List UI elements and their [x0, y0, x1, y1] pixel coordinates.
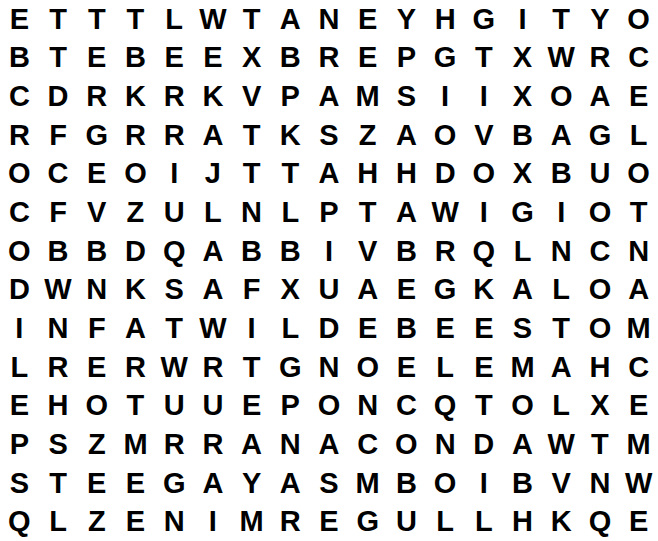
grid-cell[interactable]: E — [77, 348, 116, 387]
grid-cell[interactable]: U — [155, 193, 194, 232]
grid-cell[interactable]: E — [387, 270, 426, 309]
grid-cell[interactable]: I — [194, 502, 233, 541]
grid-cell[interactable]: X — [232, 39, 271, 78]
grid-cell[interactable]: O — [387, 425, 426, 464]
grid-cell[interactable]: D — [464, 425, 503, 464]
grid-cell[interactable]: R — [194, 425, 233, 464]
grid-cell[interactable]: N — [39, 309, 78, 348]
grid-cell[interactable]: M — [116, 425, 155, 464]
grid-cell[interactable]: B — [77, 232, 116, 271]
grid-cell[interactable]: R — [426, 232, 465, 271]
grid-cell[interactable]: O — [503, 386, 542, 425]
grid-cell[interactable]: Z — [116, 193, 155, 232]
grid-cell[interactable]: B — [503, 116, 542, 155]
grid-cell[interactable]: V — [77, 193, 116, 232]
grid-cell[interactable]: W — [542, 425, 581, 464]
grid-cell[interactable]: N — [542, 232, 581, 271]
grid-cell[interactable]: V — [464, 116, 503, 155]
grid-cell[interactable]: B — [116, 39, 155, 78]
grid-cell[interactable]: F — [77, 309, 116, 348]
grid-cell[interactable]: B — [542, 155, 581, 194]
grid-cell[interactable]: A — [387, 193, 426, 232]
grid-cell[interactable]: Q — [426, 386, 465, 425]
grid-cell[interactable]: I — [464, 77, 503, 116]
grid-cell[interactable]: K — [194, 77, 233, 116]
grid-cell[interactable]: O — [426, 464, 465, 503]
grid-cell[interactable]: O — [77, 386, 116, 425]
grid-cell[interactable]: T — [542, 309, 581, 348]
grid-cell[interactable]: E — [348, 0, 387, 39]
grid-cell[interactable]: C — [0, 193, 39, 232]
grid-cell[interactable]: I — [464, 464, 503, 503]
grid-cell[interactable]: U — [387, 502, 426, 541]
grid-cell[interactable]: L — [155, 0, 194, 39]
grid-cell[interactable]: T — [581, 425, 620, 464]
grid-cell[interactable]: H — [39, 386, 78, 425]
grid-cell[interactable]: L — [426, 348, 465, 387]
grid-cell[interactable]: L — [503, 232, 542, 271]
grid-cell[interactable]: T — [39, 464, 78, 503]
grid-cell[interactable]: O — [116, 155, 155, 194]
grid-cell[interactable]: S — [0, 464, 39, 503]
grid-cell[interactable]: S — [39, 425, 78, 464]
grid-cell[interactable]: L — [39, 502, 78, 541]
grid-cell[interactable]: E — [348, 39, 387, 78]
grid-cell[interactable]: S — [310, 116, 349, 155]
grid-cell[interactable]: O — [0, 232, 39, 271]
grid-cell[interactable]: O — [310, 386, 349, 425]
grid-cell[interactable]: T — [271, 155, 310, 194]
grid-cell[interactable]: C — [581, 232, 620, 271]
grid-cell[interactable]: O — [0, 155, 39, 194]
grid-cell[interactable]: T — [348, 193, 387, 232]
grid-cell[interactable]: S — [387, 77, 426, 116]
grid-cell[interactable]: M — [348, 464, 387, 503]
grid-cell[interactable]: A — [271, 0, 310, 39]
grid-cell[interactable]: W — [39, 270, 78, 309]
grid-cell[interactable]: Q — [0, 502, 39, 541]
grid-cell[interactable]: O — [581, 193, 620, 232]
grid-cell[interactable]: H — [581, 348, 620, 387]
grid-cell[interactable]: E — [464, 348, 503, 387]
grid-cell[interactable]: I — [310, 232, 349, 271]
grid-cell[interactable]: R — [155, 116, 194, 155]
grid-cell[interactable]: X — [503, 39, 542, 78]
grid-cell[interactable]: W — [542, 39, 581, 78]
grid-cell[interactable]: E — [464, 309, 503, 348]
grid-cell[interactable]: A — [348, 270, 387, 309]
grid-cell[interactable]: X — [271, 270, 310, 309]
grid-cell[interactable]: X — [581, 386, 620, 425]
grid-cell[interactable]: R — [155, 425, 194, 464]
grid-cell[interactable]: E — [619, 77, 658, 116]
grid-cell[interactable]: R — [155, 77, 194, 116]
grid-cell[interactable]: A — [581, 77, 620, 116]
grid-cell[interactable]: U — [581, 155, 620, 194]
grid-cell[interactable]: P — [387, 39, 426, 78]
grid-cell[interactable]: L — [542, 270, 581, 309]
grid-cell[interactable]: S — [310, 464, 349, 503]
grid-cell[interactable]: I — [232, 309, 271, 348]
grid-cell[interactable]: N — [310, 348, 349, 387]
grid-cell[interactable]: K — [542, 502, 581, 541]
grid-cell[interactable]: L — [0, 348, 39, 387]
grid-cell[interactable]: A — [116, 309, 155, 348]
grid-cell[interactable]: O — [581, 309, 620, 348]
grid-cell[interactable]: L — [464, 502, 503, 541]
grid-cell[interactable]: F — [39, 116, 78, 155]
grid-cell[interactable]: O — [619, 0, 658, 39]
grid-cell[interactable]: U — [310, 270, 349, 309]
grid-cell[interactable]: D — [39, 77, 78, 116]
grid-cell[interactable]: G — [271, 348, 310, 387]
grid-cell[interactable]: E — [387, 348, 426, 387]
grid-cell[interactable]: T — [232, 0, 271, 39]
grid-cell[interactable]: G — [77, 116, 116, 155]
grid-cell[interactable]: V — [348, 232, 387, 271]
grid-cell[interactable]: H — [503, 502, 542, 541]
grid-cell[interactable]: O — [619, 155, 658, 194]
grid-cell[interactable]: G — [155, 464, 194, 503]
grid-cell[interactable]: B — [387, 309, 426, 348]
word-search-board: ETTTLWTANEYHGITYOBTEBEEXBREPGTXWRCCDRKRK… — [0, 0, 658, 541]
grid-cell[interactable]: E — [232, 386, 271, 425]
grid-cell[interactable]: X — [503, 77, 542, 116]
grid-cell[interactable]: M — [619, 425, 658, 464]
grid-cell[interactable]: O — [348, 348, 387, 387]
grid-cell[interactable]: R — [194, 348, 233, 387]
grid-cell[interactable]: N — [77, 270, 116, 309]
grid-cell[interactable]: R — [116, 348, 155, 387]
grid-cell[interactable]: U — [155, 386, 194, 425]
grid-cell[interactable]: N — [581, 464, 620, 503]
grid-cell[interactable]: T — [77, 0, 116, 39]
grid-cell[interactable]: Z — [77, 425, 116, 464]
grid-cell[interactable]: Y — [581, 0, 620, 39]
grid-cell[interactable]: M — [232, 502, 271, 541]
grid-cell[interactable]: B — [0, 39, 39, 78]
grid-cell[interactable]: I — [464, 193, 503, 232]
grid-cell[interactable]: W — [155, 348, 194, 387]
grid-cell[interactable]: L — [271, 193, 310, 232]
grid-cell[interactable]: N — [426, 425, 465, 464]
grid-cell[interactable]: T — [116, 386, 155, 425]
grid-cell[interactable]: R — [310, 39, 349, 78]
grid-cell[interactable]: W — [426, 193, 465, 232]
grid-cell[interactable]: G — [503, 193, 542, 232]
grid-cell[interactable]: K — [116, 270, 155, 309]
grid-cell[interactable]: B — [271, 39, 310, 78]
grid-cell[interactable]: W — [194, 0, 233, 39]
grid-cell[interactable]: R — [39, 348, 78, 387]
grid-cell[interactable]: S — [155, 270, 194, 309]
grid-cell[interactable]: A — [232, 425, 271, 464]
grid-cell[interactable]: T — [39, 0, 78, 39]
grid-cell[interactable]: I — [542, 193, 581, 232]
grid-cell[interactable]: N — [271, 425, 310, 464]
grid-cell[interactable]: B — [503, 464, 542, 503]
grid-cell[interactable]: D — [426, 155, 465, 194]
grid-cell[interactable]: B — [271, 232, 310, 271]
grid-cell[interactable]: T — [232, 155, 271, 194]
grid-cell[interactable]: T — [232, 348, 271, 387]
grid-cell[interactable]: P — [271, 386, 310, 425]
grid-cell[interactable]: T — [542, 0, 581, 39]
grid-cell[interactable]: C — [619, 39, 658, 78]
grid-cell[interactable]: R — [77, 77, 116, 116]
grid-cell[interactable]: E — [619, 386, 658, 425]
grid-cell[interactable]: T — [464, 386, 503, 425]
grid-cell[interactable]: I — [0, 309, 39, 348]
grid-cell[interactable]: D — [116, 232, 155, 271]
grid-cell[interactable]: E — [0, 0, 39, 39]
grid-cell[interactable]: L — [271, 309, 310, 348]
grid-cell[interactable]: R — [581, 39, 620, 78]
grid-cell[interactable]: A — [194, 116, 233, 155]
grid-cell[interactable]: G — [348, 502, 387, 541]
grid-cell[interactable]: N — [310, 0, 349, 39]
grid-cell[interactable]: E — [116, 464, 155, 503]
grid-cell[interactable]: A — [310, 77, 349, 116]
grid-cell[interactable]: E — [77, 155, 116, 194]
grid-cell[interactable]: T — [464, 39, 503, 78]
grid-cell[interactable]: T — [619, 193, 658, 232]
grid-cell[interactable]: U — [194, 386, 233, 425]
grid-cell[interactable]: L — [619, 116, 658, 155]
grid-cell[interactable]: G — [426, 39, 465, 78]
grid-cell[interactable]: K — [271, 116, 310, 155]
grid-cell[interactable]: A — [387, 116, 426, 155]
grid-cell[interactable]: V — [232, 77, 271, 116]
grid-cell[interactable]: H — [348, 155, 387, 194]
grid-cell[interactable]: L — [542, 386, 581, 425]
grid-cell[interactable]: A — [542, 348, 581, 387]
grid-cell[interactable]: A — [310, 155, 349, 194]
grid-cell[interactable]: A — [619, 270, 658, 309]
grid-cell[interactable]: Y — [387, 0, 426, 39]
grid-cell[interactable]: A — [503, 270, 542, 309]
grid-cell[interactable]: D — [0, 270, 39, 309]
grid-cell[interactable]: B — [232, 232, 271, 271]
grid-cell[interactable]: A — [542, 116, 581, 155]
grid-cell[interactable]: T — [232, 116, 271, 155]
grid-cell[interactable]: P — [310, 193, 349, 232]
grid-cell[interactable]: T — [39, 39, 78, 78]
grid-cell[interactable]: C — [387, 386, 426, 425]
grid-cell[interactable]: Z — [348, 116, 387, 155]
grid-cell[interactable]: L — [426, 502, 465, 541]
grid-cell[interactable]: E — [426, 309, 465, 348]
grid-cell[interactable]: O — [542, 77, 581, 116]
grid-cell[interactable]: A — [310, 425, 349, 464]
grid-cell[interactable]: Q — [464, 232, 503, 271]
grid-cell[interactable]: P — [0, 425, 39, 464]
grid-cell[interactable]: Q — [155, 232, 194, 271]
grid-cell[interactable]: W — [194, 309, 233, 348]
grid-cell[interactable]: I — [155, 155, 194, 194]
grid-cell[interactable]: N — [348, 386, 387, 425]
grid-cell[interactable]: F — [232, 270, 271, 309]
grid-cell[interactable]: P — [271, 77, 310, 116]
grid-cell[interactable]: M — [503, 348, 542, 387]
grid-cell[interactable]: E — [619, 502, 658, 541]
grid-cell[interactable]: X — [503, 155, 542, 194]
grid-cell[interactable]: R — [0, 116, 39, 155]
grid-cell[interactable]: A — [194, 270, 233, 309]
grid-cell[interactable]: J — [194, 155, 233, 194]
grid-cell[interactable]: W — [619, 464, 658, 503]
grid-cell[interactable]: S — [503, 309, 542, 348]
grid-cell[interactable]: C — [0, 77, 39, 116]
grid-cell[interactable]: N — [232, 193, 271, 232]
grid-cell[interactable]: A — [503, 425, 542, 464]
grid-cell[interactable]: E — [310, 502, 349, 541]
grid-cell[interactable]: L — [194, 193, 233, 232]
grid-cell[interactable]: A — [194, 464, 233, 503]
grid-cell[interactable]: E — [0, 386, 39, 425]
grid-cell[interactable]: K — [464, 270, 503, 309]
grid-cell[interactable]: C — [348, 425, 387, 464]
grid-cell[interactable]: Y — [232, 464, 271, 503]
grid-cell[interactable]: A — [271, 464, 310, 503]
grid-cell[interactable]: H — [426, 0, 465, 39]
grid-cell[interactable]: Q — [581, 502, 620, 541]
grid-cell[interactable]: E — [77, 39, 116, 78]
grid-cell[interactable]: C — [39, 155, 78, 194]
grid-cell[interactable]: I — [426, 77, 465, 116]
grid-cell[interactable]: K — [116, 77, 155, 116]
grid-cell[interactable]: G — [464, 0, 503, 39]
grid-cell[interactable]: G — [426, 270, 465, 309]
grid-cell[interactable]: D — [310, 309, 349, 348]
grid-cell[interactable]: B — [387, 232, 426, 271]
grid-cell[interactable]: I — [503, 0, 542, 39]
grid-cell[interactable]: T — [116, 0, 155, 39]
grid-cell[interactable]: Z — [77, 502, 116, 541]
grid-cell[interactable]: E — [116, 502, 155, 541]
grid-cell[interactable]: A — [194, 232, 233, 271]
grid-cell[interactable]: O — [581, 270, 620, 309]
grid-cell[interactable]: R — [271, 502, 310, 541]
grid-cell[interactable]: V — [542, 464, 581, 503]
grid-cell[interactable]: F — [39, 193, 78, 232]
grid-cell[interactable]: T — [155, 309, 194, 348]
grid-cell[interactable]: E — [155, 39, 194, 78]
grid-cell[interactable]: G — [581, 116, 620, 155]
grid-cell[interactable]: M — [619, 309, 658, 348]
grid-cell[interactable]: R — [116, 116, 155, 155]
grid-cell[interactable]: C — [619, 348, 658, 387]
grid-cell[interactable]: H — [387, 155, 426, 194]
grid-cell[interactable]: M — [348, 77, 387, 116]
grid-cell[interactable]: O — [464, 155, 503, 194]
grid-cell[interactable]: O — [426, 116, 465, 155]
grid-cell[interactable]: E — [194, 39, 233, 78]
grid-cell[interactable]: N — [155, 502, 194, 541]
grid-cell[interactable]: B — [39, 232, 78, 271]
grid-cell[interactable]: E — [77, 464, 116, 503]
grid-cell[interactable]: E — [348, 309, 387, 348]
grid-cell[interactable]: B — [387, 464, 426, 503]
grid-cell[interactable]: N — [619, 232, 658, 271]
